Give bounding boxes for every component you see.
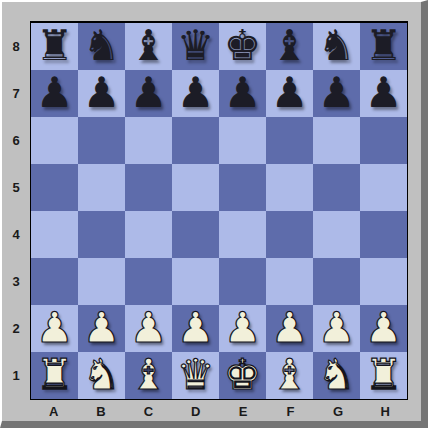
file-label-a: A [30, 400, 77, 422]
square-d6[interactable] [172, 117, 219, 164]
square-h1[interactable]: ♜ [360, 352, 407, 399]
square-d1[interactable]: ♛ [172, 352, 219, 399]
rank-label-1: 1 [2, 352, 30, 399]
file-label-c: C [125, 400, 172, 422]
square-h4[interactable] [360, 211, 407, 258]
piece-black-rook-h8[interactable]: ♜ [365, 25, 403, 67]
square-d5[interactable] [172, 164, 219, 211]
rank-label-5: 5 [2, 164, 30, 211]
square-e5[interactable] [219, 164, 266, 211]
piece-white-knight-g1[interactable]: ♞ [318, 354, 356, 396]
square-d8[interactable]: ♛ [172, 23, 219, 70]
piece-black-queen-d8[interactable]: ♛ [177, 25, 215, 67]
square-c6[interactable] [125, 117, 172, 164]
file-label-e: E [220, 400, 267, 422]
square-f1[interactable]: ♝ [266, 352, 313, 399]
piece-black-pawn-c7[interactable]: ♟ [130, 72, 168, 114]
square-f6[interactable] [266, 117, 313, 164]
square-e6[interactable] [219, 117, 266, 164]
square-g6[interactable] [313, 117, 360, 164]
file-label-b: B [77, 400, 124, 422]
square-g8[interactable]: ♞ [313, 23, 360, 70]
square-f5[interactable] [266, 164, 313, 211]
square-f7[interactable]: ♟ [266, 70, 313, 117]
square-b5[interactable] [78, 164, 125, 211]
square-c8[interactable]: ♝ [125, 23, 172, 70]
piece-white-pawn-f2[interactable]: ♟ [271, 307, 309, 349]
square-d2[interactable]: ♟ [172, 305, 219, 352]
piece-black-pawn-g7[interactable]: ♟ [318, 72, 356, 114]
piece-black-rook-a8[interactable]: ♜ [36, 25, 74, 67]
square-e2[interactable]: ♟ [219, 305, 266, 352]
square-g3[interactable] [313, 258, 360, 305]
square-b6[interactable] [78, 117, 125, 164]
square-h3[interactable] [360, 258, 407, 305]
rank-label-2: 2 [2, 305, 30, 352]
rank-label-3: 3 [2, 258, 30, 305]
piece-black-pawn-b7[interactable]: ♟ [83, 72, 121, 114]
piece-black-bishop-c8[interactable]: ♝ [130, 25, 168, 67]
square-a7[interactable]: ♟ [31, 70, 78, 117]
square-e4[interactable] [219, 211, 266, 258]
rank-label-4: 4 [2, 211, 30, 258]
square-a1[interactable]: ♜ [31, 352, 78, 399]
piece-black-pawn-a7[interactable]: ♟ [36, 72, 74, 114]
square-d7[interactable]: ♟ [172, 70, 219, 117]
file-label-f: F [267, 400, 314, 422]
piece-white-pawn-h2[interactable]: ♟ [365, 307, 403, 349]
square-h8[interactable]: ♜ [360, 23, 407, 70]
square-b4[interactable] [78, 211, 125, 258]
square-a6[interactable] [31, 117, 78, 164]
file-label-h: H [362, 400, 409, 422]
square-c5[interactable] [125, 164, 172, 211]
piece-white-pawn-b2[interactable]: ♟ [83, 307, 121, 349]
square-g5[interactable] [313, 164, 360, 211]
piece-black-pawn-h7[interactable]: ♟ [365, 72, 403, 114]
square-b7[interactable]: ♟ [78, 70, 125, 117]
piece-white-pawn-a2[interactable]: ♟ [36, 307, 74, 349]
square-b8[interactable]: ♞ [78, 23, 125, 70]
square-d4[interactable] [172, 211, 219, 258]
piece-white-bishop-f1[interactable]: ♝ [271, 354, 309, 396]
piece-black-pawn-e7[interactable]: ♟ [224, 72, 262, 114]
piece-black-knight-g8[interactable]: ♞ [318, 25, 356, 67]
piece-white-rook-a1[interactable]: ♜ [36, 354, 74, 396]
piece-black-knight-b8[interactable]: ♞ [83, 25, 121, 67]
square-c4[interactable] [125, 211, 172, 258]
square-a8[interactable]: ♜ [31, 23, 78, 70]
square-a3[interactable] [31, 258, 78, 305]
square-g7[interactable]: ♟ [313, 70, 360, 117]
square-c1[interactable]: ♝ [125, 352, 172, 399]
square-f2[interactable]: ♟ [266, 305, 313, 352]
square-h2[interactable]: ♟ [360, 305, 407, 352]
file-label-g: G [314, 400, 361, 422]
piece-white-rook-h1[interactable]: ♜ [365, 354, 403, 396]
piece-white-pawn-g2[interactable]: ♟ [318, 307, 356, 349]
piece-black-pawn-f7[interactable]: ♟ [271, 72, 309, 114]
piece-white-bishop-c1[interactable]: ♝ [130, 354, 168, 396]
piece-black-bishop-f8[interactable]: ♝ [271, 25, 309, 67]
rank-label-8: 8 [2, 23, 30, 70]
rank-labels: 8 7 6 5 4 3 2 1 [2, 21, 30, 399]
square-g4[interactable] [313, 211, 360, 258]
rank-label-6: 6 [2, 117, 30, 164]
square-a4[interactable] [31, 211, 78, 258]
chess-board-frame: 8 7 6 5 4 3 2 1 ♜♞♝♛♚♝♞♜♟♟♟♟♟♟♟♟♟♟♟♟♟♟♟♟… [0, 0, 428, 428]
file-labels: A B C D E F G H [30, 400, 409, 422]
piece-white-pawn-e2[interactable]: ♟ [224, 307, 262, 349]
piece-black-pawn-d7[interactable]: ♟ [177, 72, 215, 114]
square-b1[interactable]: ♞ [78, 352, 125, 399]
square-h5[interactable] [360, 164, 407, 211]
square-f3[interactable] [266, 258, 313, 305]
square-a2[interactable]: ♟ [31, 305, 78, 352]
square-e8[interactable]: ♚ [219, 23, 266, 70]
piece-white-king-e1[interactable]: ♚ [224, 354, 262, 396]
file-label-d: D [172, 400, 219, 422]
square-e1[interactable]: ♚ [219, 352, 266, 399]
square-d3[interactable] [172, 258, 219, 305]
square-c7[interactable]: ♟ [125, 70, 172, 117]
square-f8[interactable]: ♝ [266, 23, 313, 70]
square-g1[interactable]: ♞ [313, 352, 360, 399]
piece-white-knight-b1[interactable]: ♞ [83, 354, 121, 396]
square-g2[interactable]: ♟ [313, 305, 360, 352]
piece-white-pawn-d2[interactable]: ♟ [177, 307, 215, 349]
square-c3[interactable] [125, 258, 172, 305]
square-e7[interactable]: ♟ [219, 70, 266, 117]
square-e3[interactable] [219, 258, 266, 305]
square-h6[interactable] [360, 117, 407, 164]
board-grid: ♜♞♝♛♚♝♞♜♟♟♟♟♟♟♟♟♟♟♟♟♟♟♟♟♜♞♝♛♚♝♞♜ [31, 23, 407, 399]
chess-board: ♜♞♝♛♚♝♞♜♟♟♟♟♟♟♟♟♟♟♟♟♟♟♟♟♜♞♝♛♚♝♞♜ [30, 21, 408, 400]
square-c2[interactable]: ♟ [125, 305, 172, 352]
square-h7[interactable]: ♟ [360, 70, 407, 117]
square-f4[interactable] [266, 211, 313, 258]
square-a5[interactable] [31, 164, 78, 211]
rank-label-7: 7 [2, 70, 30, 117]
piece-black-king-e8[interactable]: ♚ [224, 25, 262, 67]
square-b2[interactable]: ♟ [78, 305, 125, 352]
piece-white-queen-d1[interactable]: ♛ [177, 354, 215, 396]
square-b3[interactable] [78, 258, 125, 305]
piece-white-pawn-c2[interactable]: ♟ [130, 307, 168, 349]
